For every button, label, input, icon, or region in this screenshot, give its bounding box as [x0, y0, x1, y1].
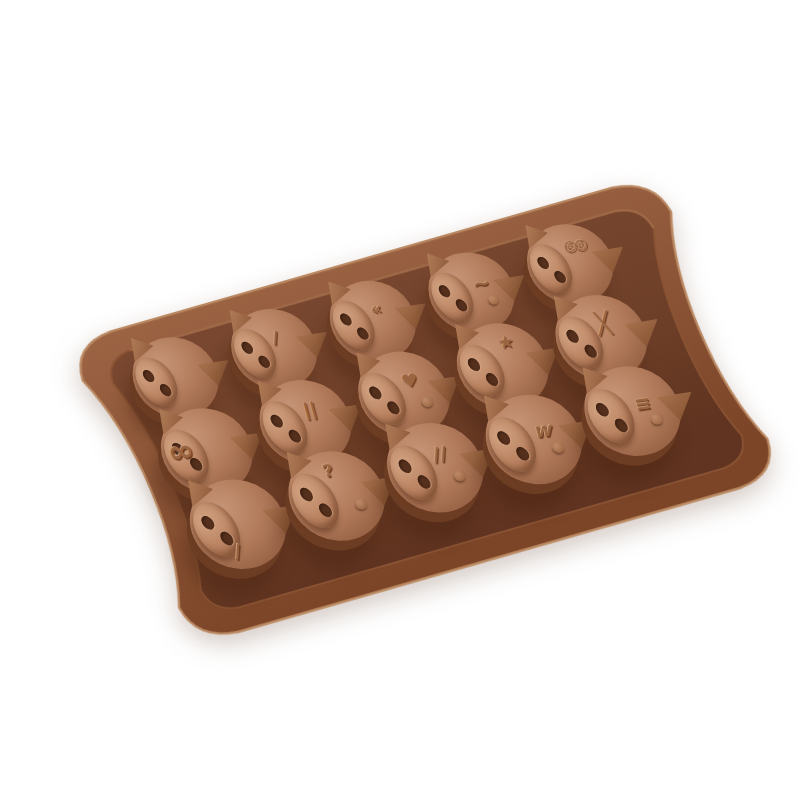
pig-decoration-spiral-eyes: ◎◎ — [562, 237, 588, 254]
pig-nostril — [396, 457, 414, 475]
pig-decoration-zigzag-whiskers: W — [532, 424, 553, 441]
pig-nostril — [495, 429, 513, 447]
mold-tray: /«~◎◎∞||♥★╳/?//W≡ — [55, 164, 795, 655]
pig-nostril — [465, 356, 482, 373]
pig-nostril — [593, 401, 611, 419]
pig-nostril — [286, 428, 303, 445]
pig-nostril — [268, 413, 285, 430]
pig-nostril — [564, 328, 581, 345]
pig-nostril — [582, 343, 599, 360]
pig-nostril — [552, 269, 568, 285]
pig-nostril — [355, 326, 371, 342]
product-photo: /«~◎◎∞||♥★╳/?//W≡ — [0, 0, 800, 800]
pig-nostril — [415, 473, 433, 491]
pig-nostril — [141, 368, 157, 384]
pig-nostril — [535, 255, 551, 271]
pig-nostril — [316, 501, 334, 519]
pig-nostril — [483, 371, 500, 388]
pig-nostril — [338, 312, 354, 328]
pig-nostril — [158, 382, 174, 398]
pig-nostril — [436, 283, 452, 299]
pig-nostril — [199, 514, 217, 532]
pig-nostril — [612, 417, 630, 435]
pig-nostril — [385, 399, 402, 416]
pig-grid: /«~◎◎∞||♥★╳/?//W≡ — [55, 164, 795, 655]
pig-nostril — [514, 445, 532, 463]
pig-nostril — [297, 486, 315, 504]
pig-nostril — [239, 340, 255, 356]
pig-nostril — [367, 384, 384, 401]
pig-nostril — [256, 354, 272, 370]
pig-nostril — [453, 297, 469, 313]
